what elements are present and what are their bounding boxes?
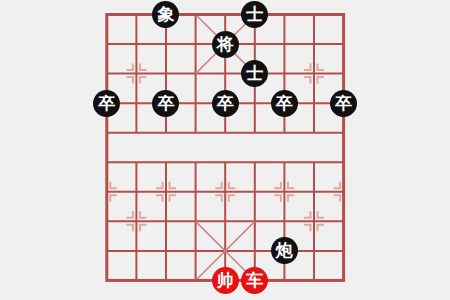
board-point[interactable]: 卒 <box>151 88 181 118</box>
board-point[interactable] <box>299 88 329 118</box>
board-point[interactable] <box>299 29 329 59</box>
board-point[interactable] <box>181 59 211 89</box>
board-point[interactable] <box>210 0 240 29</box>
board-point[interactable]: 帅 <box>210 266 240 296</box>
piece-black-advisor-2[interactable]: 士 <box>241 60 268 87</box>
board-point[interactable] <box>270 177 300 207</box>
piece-red-general[interactable]: 帅 <box>212 267 239 294</box>
board-point[interactable] <box>181 177 211 207</box>
board-point[interactable] <box>122 266 152 296</box>
board-point[interactable] <box>240 88 270 118</box>
board-point[interactable] <box>181 207 211 237</box>
board-point[interactable] <box>299 118 329 148</box>
board-point[interactable] <box>181 29 211 59</box>
board-point[interactable] <box>122 88 152 118</box>
board-point[interactable] <box>299 0 329 29</box>
board-point[interactable]: 卒 <box>329 88 359 118</box>
piece-red-chariot[interactable]: 车 <box>241 267 268 294</box>
board-point[interactable] <box>299 59 329 89</box>
board-point[interactable]: 卒 <box>270 88 300 118</box>
board-point[interactable] <box>270 266 300 296</box>
board-point[interactable] <box>92 59 122 89</box>
board-point[interactable] <box>151 236 181 266</box>
board-point[interactable]: 炮 <box>270 236 300 266</box>
board-point[interactable] <box>299 177 329 207</box>
board-point[interactable] <box>210 59 240 89</box>
board-point[interactable]: 卒 <box>92 88 122 118</box>
board-point[interactable] <box>122 0 152 29</box>
board-point[interactable] <box>240 29 270 59</box>
board-point[interactable] <box>181 0 211 29</box>
board-point[interactable] <box>329 0 359 29</box>
board-point[interactable] <box>181 266 211 296</box>
board-point[interactable]: 卒 <box>210 88 240 118</box>
board-point[interactable] <box>270 207 300 237</box>
piece-black-soldier-5[interactable]: 卒 <box>330 90 357 117</box>
board-point[interactable] <box>329 266 359 296</box>
board-point[interactable] <box>210 207 240 237</box>
board-point[interactable] <box>151 177 181 207</box>
board-point[interactable] <box>151 118 181 148</box>
board-point[interactable]: 车 <box>240 266 270 296</box>
board-point[interactable] <box>270 0 300 29</box>
board-point[interactable] <box>329 59 359 89</box>
board-point[interactable] <box>122 29 152 59</box>
board-point[interactable]: 象 <box>151 0 181 29</box>
board-point[interactable] <box>329 118 359 148</box>
piece-black-elephant[interactable]: 象 <box>152 1 179 28</box>
board-point[interactable] <box>181 88 211 118</box>
board-point[interactable] <box>122 118 152 148</box>
board-point[interactable] <box>210 118 240 148</box>
board-point[interactable] <box>122 236 152 266</box>
piece-black-soldier-2[interactable]: 卒 <box>152 90 179 117</box>
piece-black-soldier-4[interactable]: 卒 <box>271 90 298 117</box>
piece-black-general[interactable]: 将 <box>212 31 239 58</box>
board-point[interactable] <box>181 147 211 177</box>
board-point[interactable] <box>92 266 122 296</box>
board-point[interactable] <box>92 0 122 29</box>
board-point[interactable] <box>299 266 329 296</box>
board-point[interactable] <box>240 236 270 266</box>
board-point[interactable] <box>92 236 122 266</box>
board-point[interactable]: 士 <box>240 59 270 89</box>
board-point[interactable] <box>181 118 211 148</box>
board-point[interactable] <box>210 147 240 177</box>
piece-black-cannon[interactable]: 炮 <box>271 237 298 264</box>
board-point[interactable] <box>240 118 270 148</box>
board-point[interactable] <box>210 236 240 266</box>
board-point[interactable] <box>122 147 152 177</box>
piece-black-soldier-3[interactable]: 卒 <box>212 90 239 117</box>
board-point[interactable] <box>329 177 359 207</box>
board-point[interactable] <box>329 147 359 177</box>
board-point[interactable] <box>92 118 122 148</box>
board-point[interactable] <box>151 266 181 296</box>
board-point[interactable] <box>270 147 300 177</box>
board-point[interactable] <box>329 207 359 237</box>
board-point[interactable] <box>122 177 152 207</box>
board-point[interactable] <box>151 59 181 89</box>
board-point[interactable] <box>92 207 122 237</box>
board-point[interactable] <box>122 207 152 237</box>
board-point[interactable] <box>329 29 359 59</box>
board-point[interactable] <box>92 29 122 59</box>
board-point[interactable] <box>299 207 329 237</box>
piece-black-advisor-1[interactable]: 士 <box>241 1 268 28</box>
board-point[interactable] <box>240 147 270 177</box>
board-points-layer: 象士将士卒卒卒卒卒炮帅车 <box>92 0 358 295</box>
board-point[interactable] <box>151 147 181 177</box>
board-point[interactable] <box>299 236 329 266</box>
board-point[interactable] <box>151 207 181 237</box>
board-point[interactable] <box>270 29 300 59</box>
board-point[interactable] <box>240 207 270 237</box>
board-point[interactable] <box>270 118 300 148</box>
board-point[interactable] <box>329 236 359 266</box>
piece-black-soldier-1[interactable]: 卒 <box>93 90 120 117</box>
board-point[interactable] <box>299 147 329 177</box>
board-point[interactable] <box>151 29 181 59</box>
board-point[interactable] <box>240 177 270 207</box>
board-point[interactable] <box>210 177 240 207</box>
board-point[interactable] <box>92 147 122 177</box>
board-point[interactable] <box>270 59 300 89</box>
xiangqi-board: 象士将士卒卒卒卒卒炮帅车 <box>0 0 450 300</box>
board-point[interactable] <box>181 236 211 266</box>
board-point[interactable]: 士 <box>240 0 270 29</box>
board-point[interactable] <box>92 177 122 207</box>
board-point[interactable] <box>122 59 152 89</box>
board-point[interactable]: 将 <box>210 29 240 59</box>
